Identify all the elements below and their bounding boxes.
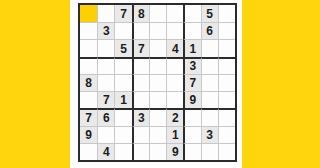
sudoku-cell[interactable]	[114, 126, 131, 143]
sudoku-cell[interactable]	[97, 57, 114, 74]
sudoku-cell[interactable]	[132, 91, 149, 108]
sudoku-cell[interactable]	[97, 5, 114, 22]
sudoku-cell[interactable]	[166, 22, 183, 39]
sudoku-cell[interactable]	[183, 22, 200, 39]
sudoku-cell[interactable]: 9	[80, 126, 97, 143]
sudoku-cell[interactable]: 1	[114, 91, 131, 108]
sudoku-cell[interactable]	[201, 39, 218, 56]
sudoku-cell[interactable]: 1	[166, 126, 183, 143]
sudoku-cell[interactable]	[80, 91, 97, 108]
sudoku-cell[interactable]: 5	[201, 5, 218, 22]
sudoku-cell[interactable]: 8	[80, 74, 97, 91]
sudoku-cell[interactable]	[149, 91, 166, 108]
sudoku-cell[interactable]	[218, 22, 235, 39]
sudoku-cell[interactable]: 8	[132, 5, 149, 22]
sudoku-cell[interactable]	[114, 57, 131, 74]
sudoku-cell[interactable]	[149, 74, 166, 91]
sudoku-cell[interactable]	[166, 57, 183, 74]
sudoku-cell[interactable]: 6	[97, 108, 114, 125]
sudoku-cell[interactable]	[97, 39, 114, 56]
sudoku-cell[interactable]: 3	[201, 126, 218, 143]
sudoku-cell[interactable]	[218, 126, 235, 143]
sudoku-cell[interactable]	[218, 108, 235, 125]
sudoku-cell[interactable]	[149, 108, 166, 125]
sudoku-cell[interactable]	[218, 74, 235, 91]
sudoku-cell[interactable]	[218, 57, 235, 74]
sudoku-cell[interactable]	[149, 143, 166, 160]
sudoku-cell[interactable]	[183, 143, 200, 160]
sudoku-cell[interactable]	[114, 143, 131, 160]
sudoku-cell[interactable]	[132, 57, 149, 74]
sudoku-cell[interactable]: 1	[183, 39, 200, 56]
sudoku-cell[interactable]	[149, 57, 166, 74]
board-panel: 785365741387719763291349	[70, 0, 242, 168]
sudoku-cell[interactable]	[218, 143, 235, 160]
sudoku-cell[interactable]: 9	[183, 91, 200, 108]
sudoku-cell[interactable]	[183, 108, 200, 125]
sudoku-cell[interactable]	[166, 5, 183, 22]
sudoku-cell[interactable]	[201, 143, 218, 160]
sudoku-cell[interactable]: 7	[114, 5, 131, 22]
sudoku-cell[interactable]: 5	[114, 39, 131, 56]
sudoku-cell[interactable]	[183, 5, 200, 22]
sudoku-cell[interactable]: 3	[183, 57, 200, 74]
sudoku-cell[interactable]: 7	[183, 74, 200, 91]
sudoku-cell[interactable]	[97, 74, 114, 91]
sudoku-cell[interactable]	[201, 74, 218, 91]
sudoku-cell[interactable]: 7	[132, 39, 149, 56]
sudoku-cell[interactable]	[80, 143, 97, 160]
sudoku-cell[interactable]	[132, 126, 149, 143]
sudoku-cell[interactable]	[80, 22, 97, 39]
sudoku-cell[interactable]	[114, 74, 131, 91]
sudoku-cell[interactable]	[218, 91, 235, 108]
sudoku-cell[interactable]	[149, 126, 166, 143]
sudoku-cell[interactable]	[183, 126, 200, 143]
sudoku-cell[interactable]	[80, 57, 97, 74]
sudoku-cell[interactable]	[132, 22, 149, 39]
sudoku-cell[interactable]: 6	[201, 22, 218, 39]
sudoku-cell[interactable]	[114, 108, 131, 125]
sudoku-cell[interactable]: 4	[166, 39, 183, 56]
sudoku-cell[interactable]	[218, 5, 235, 22]
sudoku-cell[interactable]	[149, 5, 166, 22]
sudoku-cell-selected[interactable]	[80, 5, 97, 22]
sudoku-cell[interactable]: 3	[97, 22, 114, 39]
sudoku-cell[interactable]: 7	[97, 91, 114, 108]
sudoku-cell[interactable]: 2	[166, 108, 183, 125]
sudoku-cell[interactable]	[201, 91, 218, 108]
sudoku-cell[interactable]	[132, 143, 149, 160]
sudoku-cell[interactable]: 9	[166, 143, 183, 160]
sudoku-board: 785365741387719763291349	[78, 3, 237, 162]
sudoku-cell[interactable]	[80, 39, 97, 56]
sudoku-cell[interactable]	[114, 22, 131, 39]
sudoku-cell[interactable]	[166, 91, 183, 108]
sudoku-cell[interactable]	[201, 57, 218, 74]
sudoku-cell[interactable]	[149, 39, 166, 56]
sudoku-cell[interactable]	[149, 22, 166, 39]
sudoku-cell[interactable]	[132, 74, 149, 91]
sudoku-cell[interactable]	[97, 126, 114, 143]
sudoku-cell[interactable]: 4	[97, 143, 114, 160]
sudoku-cell[interactable]: 7	[80, 108, 97, 125]
sudoku-cell[interactable]	[201, 108, 218, 125]
sudoku-cell[interactable]	[166, 74, 183, 91]
sudoku-cell[interactable]	[218, 39, 235, 56]
sudoku-cell[interactable]: 3	[132, 108, 149, 125]
